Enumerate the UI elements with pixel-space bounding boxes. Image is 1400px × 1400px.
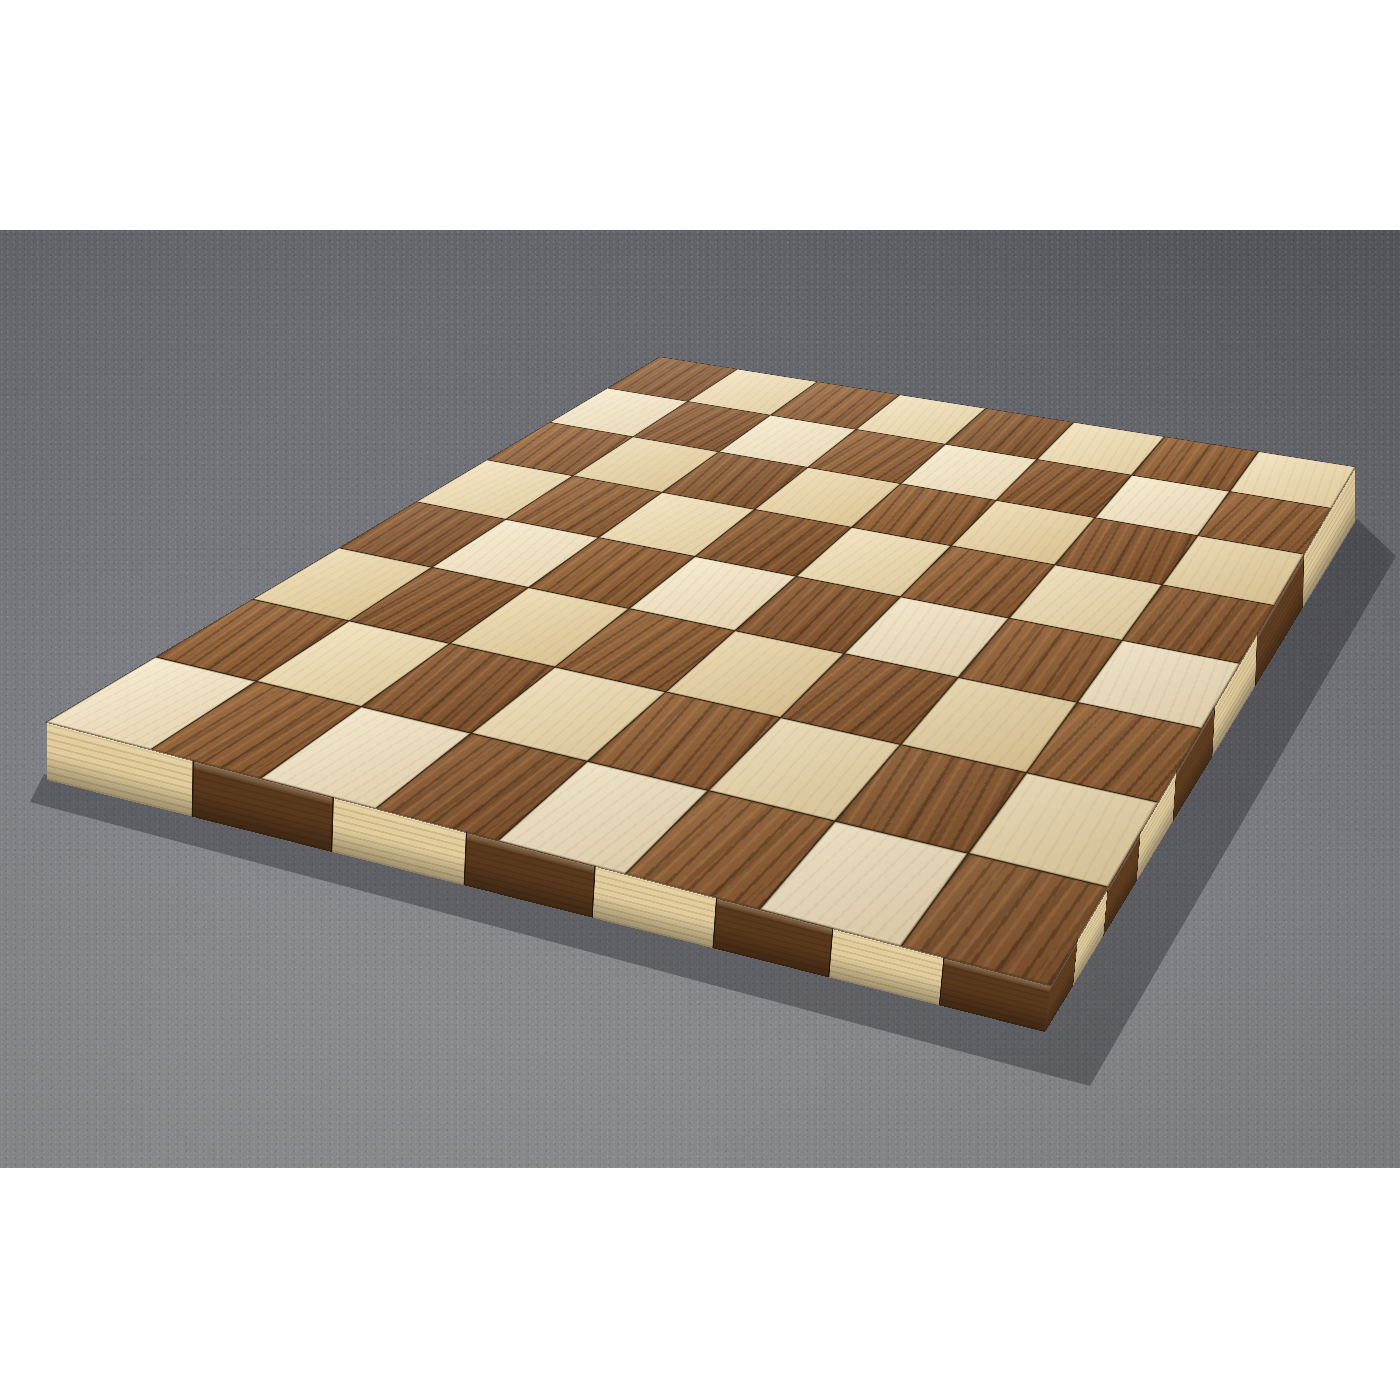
product-photo-page [0,0,1400,1400]
